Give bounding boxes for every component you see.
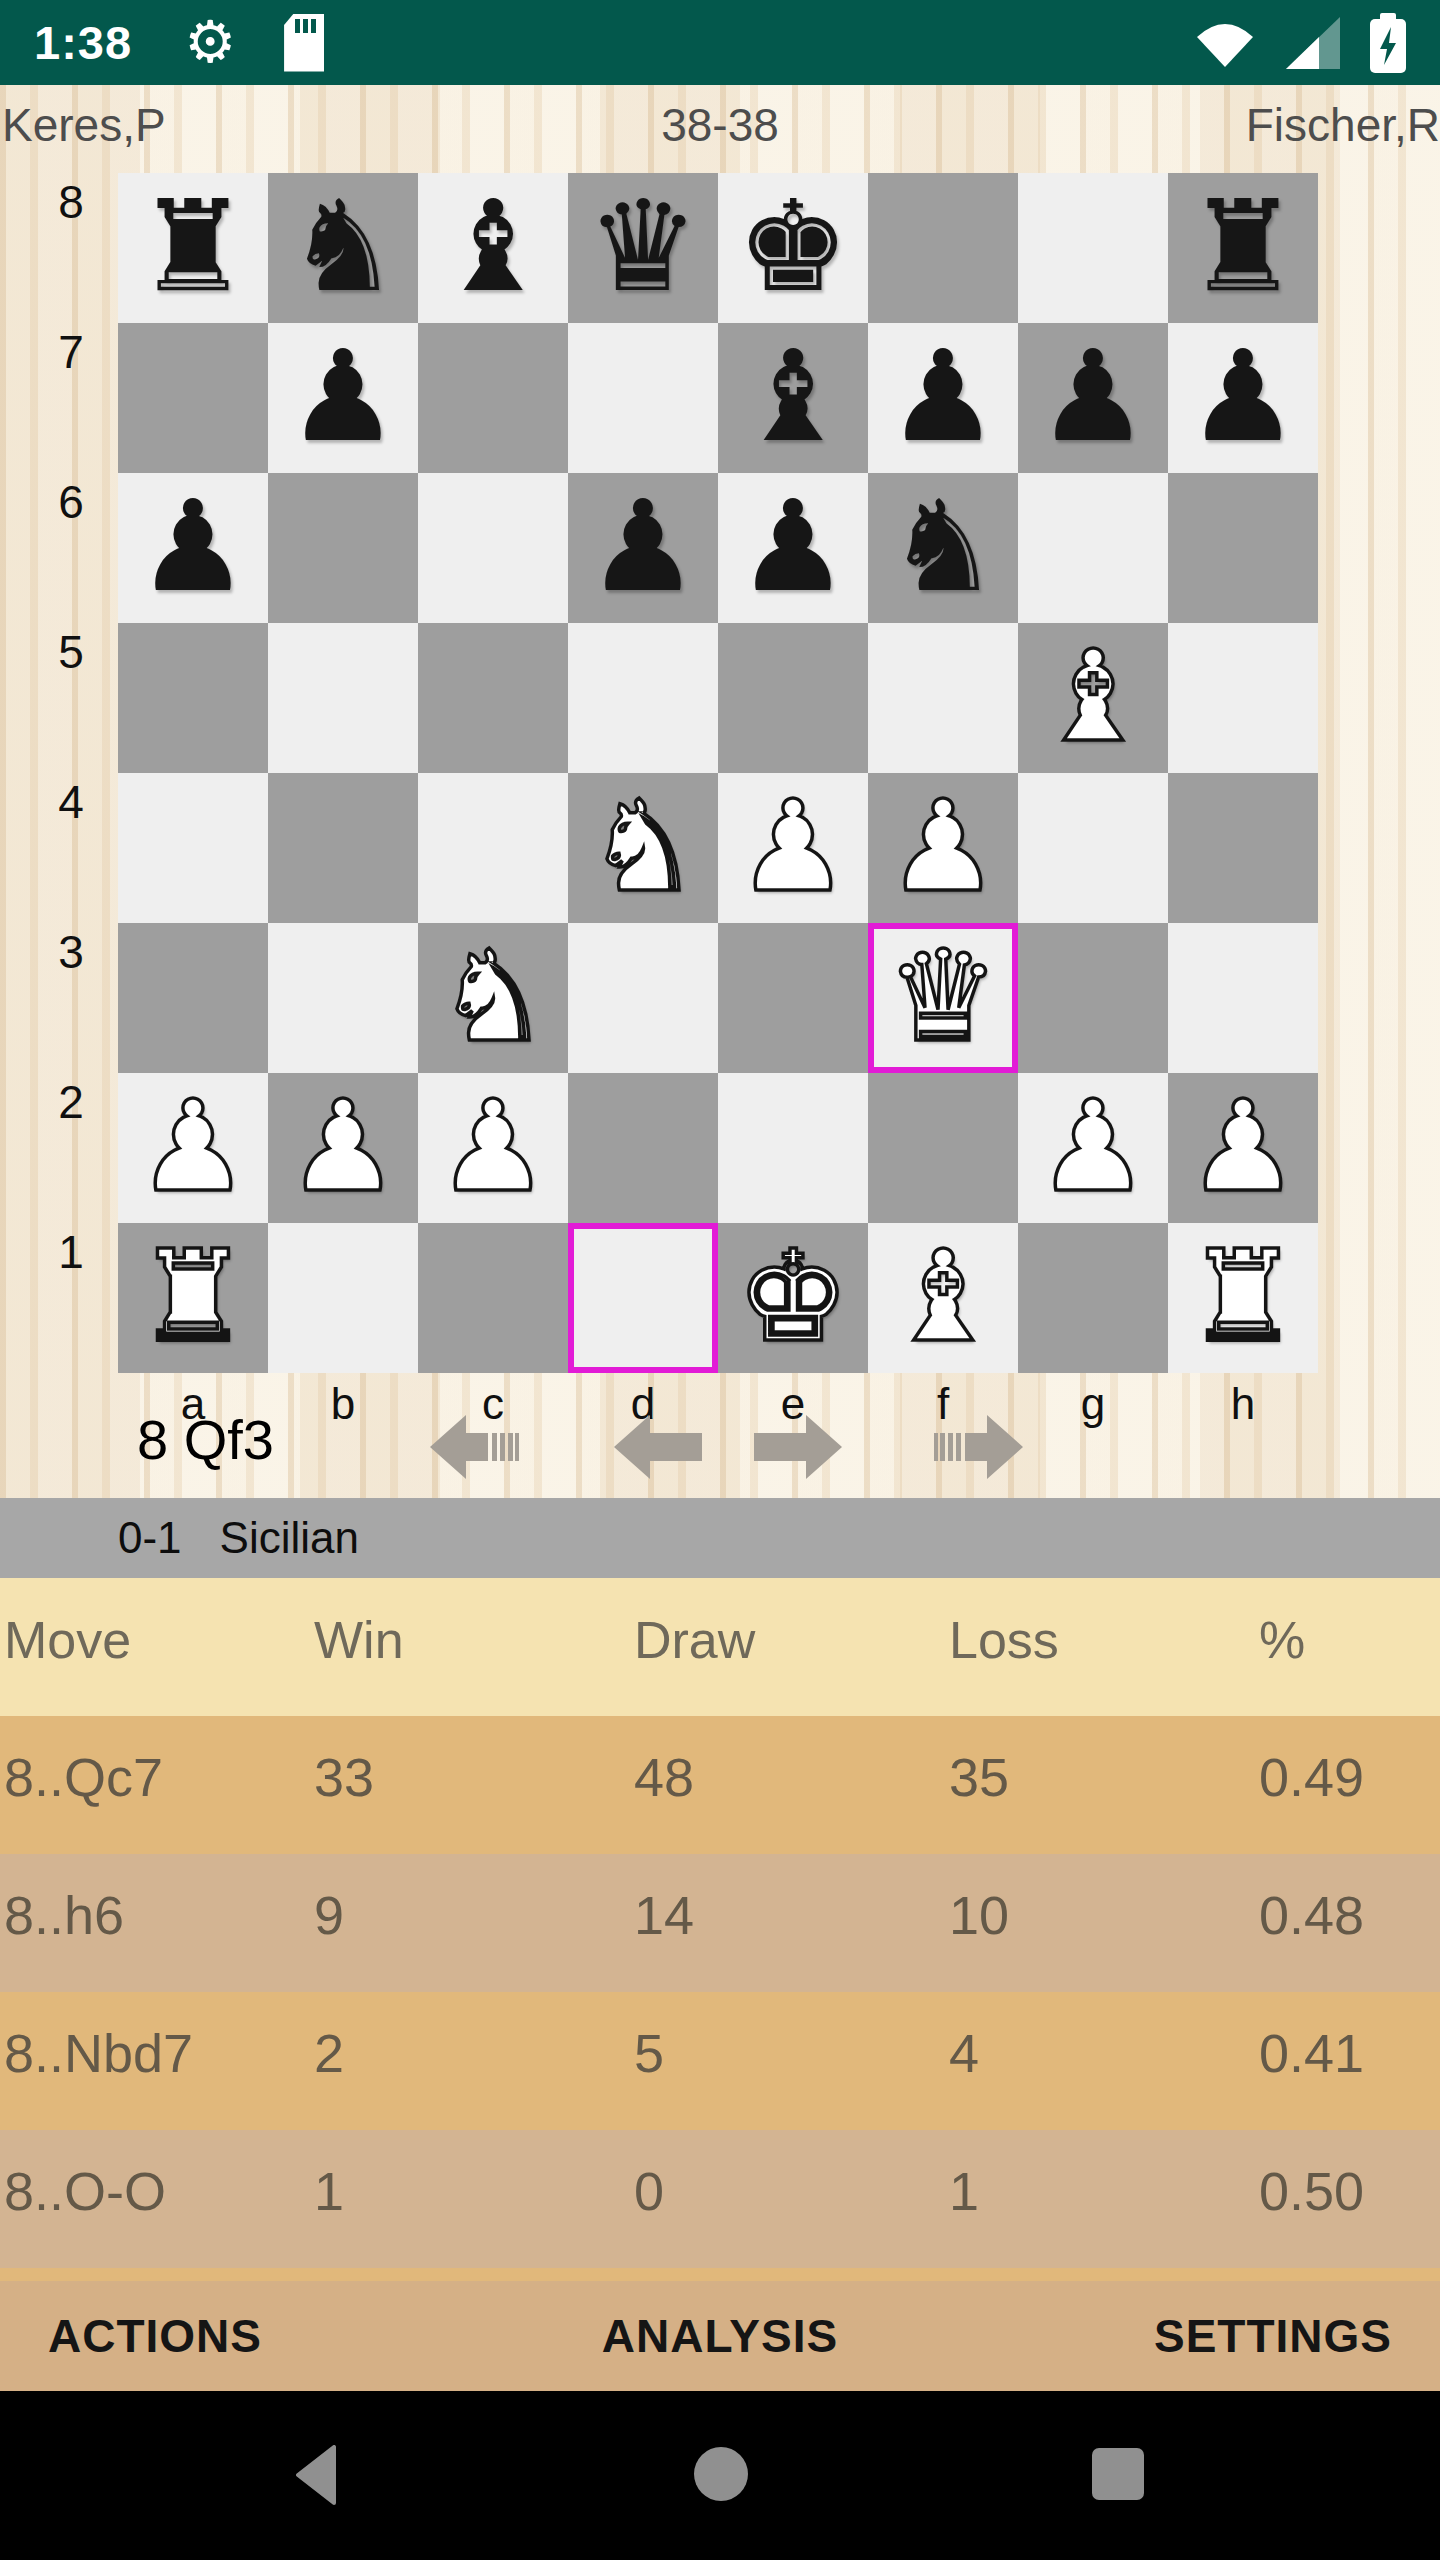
cell-draw: 0	[630, 2130, 945, 2268]
jump-to-end-button[interactable]	[933, 1415, 1023, 1479]
cell-win: 33	[310, 1716, 630, 1854]
rank-label-1: 1	[40, 1225, 102, 1279]
square-h1[interactable]: ♜	[1168, 1223, 1318, 1373]
stats-table-header: Move Win Draw Loss %	[0, 1578, 1440, 1716]
cell-win: 9	[310, 1854, 630, 1992]
white-knight-d4: ♞	[568, 773, 718, 921]
square-h6[interactable]	[1168, 473, 1318, 623]
square-e6[interactable]: ♟	[718, 473, 868, 623]
square-h5[interactable]	[1168, 623, 1318, 773]
white-king-e1: ♚	[718, 1223, 868, 1371]
square-d1[interactable]	[568, 1223, 718, 1373]
rank-label-4: 4	[40, 775, 102, 829]
cell-move: 8..O-O	[0, 2130, 310, 2268]
stats-table-body: 8..Qc73348350.498..h6914100.488..Nbd7254…	[0, 1716, 1440, 2268]
android-nav-bar	[0, 2391, 1440, 2560]
cell-draw: 5	[630, 1992, 945, 2130]
square-b7[interactable]: ♟	[268, 323, 418, 473]
square-h7[interactable]: ♟	[1168, 323, 1318, 473]
white-bishop-f1: ♝	[868, 1223, 1018, 1371]
cell-loss: 10	[945, 1854, 1255, 1992]
black-pawn-h7: ♟	[1168, 323, 1318, 471]
black-pawn-f7: ♟	[868, 323, 1018, 471]
square-a3[interactable]	[118, 923, 268, 1073]
square-a5[interactable]	[118, 623, 268, 773]
result-text: 0-1	[118, 1513, 182, 1563]
square-f5[interactable]	[868, 623, 1018, 773]
square-g2[interactable]: ♟	[1018, 1073, 1168, 1223]
cell-move: 8..Nbd7	[0, 1992, 310, 2130]
cell-win: 2	[310, 1992, 630, 2130]
square-d8[interactable]: ♛	[568, 173, 718, 323]
square-e4[interactable]: ♟	[718, 773, 868, 923]
white-pawn-f4: ♟	[868, 773, 1018, 921]
white-pawn-h2: ♟	[1168, 1073, 1318, 1221]
square-a6[interactable]: ♟	[118, 473, 268, 623]
square-d6[interactable]: ♟	[568, 473, 718, 623]
square-f2[interactable]	[868, 1073, 1018, 1223]
square-b5[interactable]	[268, 623, 418, 773]
black-bishop-c8: ♝	[418, 173, 568, 321]
square-c2[interactable]: ♟	[418, 1073, 568, 1223]
white-pawn-b2: ♟	[268, 1073, 418, 1221]
cell-loss: 35	[945, 1716, 1255, 1854]
black-pawn-b7: ♟	[268, 323, 418, 471]
stats-row-8..O-O[interactable]: 8..O-O1010.50	[0, 2130, 1440, 2268]
square-c6[interactable]	[418, 473, 568, 623]
current-move-text: 8 Qf3	[137, 1407, 274, 1472]
column-header-percent: %	[1255, 1578, 1440, 1716]
android-back-button[interactable]	[292, 2445, 338, 2509]
black-queen-d8: ♛	[568, 173, 718, 321]
settings-gear-icon: ⚙	[184, 0, 236, 85]
cell-win: 1	[310, 2130, 630, 2268]
stats-row-8..Nbd7[interactable]: 8..Nbd72540.41	[0, 1992, 1440, 2130]
square-g8[interactable]	[1018, 173, 1168, 323]
file-label-h: h	[1168, 1379, 1318, 1429]
square-a7[interactable]	[118, 323, 268, 473]
square-c3[interactable]: ♞	[418, 923, 568, 1073]
white-rook-h1: ♜	[1168, 1223, 1318, 1371]
square-a8[interactable]: ♜	[118, 173, 268, 323]
rank-label-7: 7	[40, 325, 102, 379]
next-move-button[interactable]	[752, 1415, 842, 1479]
white-bishop-g5: ♝	[1018, 623, 1168, 771]
game-result-bar: 0-1 Sicilian	[0, 1498, 1440, 1578]
rank-label-8: 8	[40, 175, 102, 229]
column-header-loss: Loss	[945, 1578, 1255, 1716]
clock-text: 1:38	[34, 15, 132, 70]
square-b6[interactable]	[268, 473, 418, 623]
black-pawn-d6: ♟	[568, 473, 718, 621]
square-f3[interactable]: ♛	[868, 923, 1018, 1073]
square-f6[interactable]: ♞	[868, 473, 1018, 623]
square-d4[interactable]: ♞	[568, 773, 718, 923]
android-home-button[interactable]	[694, 2447, 748, 2501]
square-g3[interactable]	[1018, 923, 1168, 1073]
status-icons	[1194, 13, 1406, 73]
square-b2[interactable]: ♟	[268, 1073, 418, 1223]
game-area: Keres,P 38-38 Fischer,R ♜♞♝♛♚♜♟♝♟♟♟♟♟♟♞♝…	[0, 85, 1440, 1498]
square-d3[interactable]	[568, 923, 718, 1073]
rank-label-3: 3	[40, 925, 102, 979]
square-a1[interactable]: ♜	[118, 1223, 268, 1373]
square-d5[interactable]	[568, 623, 718, 773]
black-knight-b8: ♞	[268, 173, 418, 321]
cell-move: 8..h6	[0, 1854, 310, 1992]
square-f8[interactable]	[868, 173, 1018, 323]
black-pawn-e6: ♟	[718, 473, 868, 621]
bottom-menu-bar: ACTIONS ANALYSIS SETTINGS	[0, 2281, 1440, 2391]
rank-label-5: 5	[40, 625, 102, 679]
square-e3[interactable]	[718, 923, 868, 1073]
analysis-button[interactable]: ANALYSIS	[0, 2309, 1440, 2363]
square-c8[interactable]: ♝	[418, 173, 568, 323]
chess-board[interactable]: ♜♞♝♛♚♜♟♝♟♟♟♟♟♟♞♝♞♟♟♞♛♟♟♟♟♟♜♚♝♜	[118, 173, 1318, 1373]
white-pawn-e4: ♟	[718, 773, 868, 921]
status-bar: 1:38 ⚙	[0, 0, 1440, 85]
cell-percent: 0.41	[1255, 1992, 1440, 2130]
square-f1[interactable]: ♝	[868, 1223, 1018, 1373]
black-rook-a8: ♜	[118, 173, 268, 321]
square-c5[interactable]	[418, 623, 568, 773]
previous-move-button[interactable]	[614, 1415, 704, 1479]
square-b8[interactable]: ♞	[268, 173, 418, 323]
square-f7[interactable]: ♟	[868, 323, 1018, 473]
square-f4[interactable]: ♟	[868, 773, 1018, 923]
square-d2[interactable]	[568, 1073, 718, 1223]
column-header-win: Win	[310, 1578, 630, 1716]
square-h8[interactable]: ♜	[1168, 173, 1318, 323]
square-e7[interactable]: ♝	[718, 323, 868, 473]
jump-to-start-button[interactable]	[430, 1415, 520, 1479]
white-rook-a1: ♜	[118, 1223, 268, 1371]
cell-percent: 0.50	[1255, 2130, 1440, 2268]
column-header-draw: Draw	[630, 1578, 945, 1716]
square-g5[interactable]: ♝	[1018, 623, 1168, 773]
cell-loss: 4	[945, 1992, 1255, 2130]
white-knight-c3: ♞	[418, 923, 568, 1071]
square-d7[interactable]	[568, 323, 718, 473]
square-h3[interactable]	[1168, 923, 1318, 1073]
square-g1[interactable]	[1018, 1223, 1168, 1373]
black-bishop-e7: ♝	[718, 323, 868, 471]
square-e1[interactable]: ♚	[718, 1223, 868, 1373]
move-counter: 38-38	[0, 98, 1440, 152]
players-row: Keres,P 38-38 Fischer,R	[0, 93, 1440, 157]
black-rook-h8: ♜	[1168, 173, 1318, 321]
black-knight-f6: ♞	[868, 473, 1018, 621]
black-pawn-g7: ♟	[1018, 323, 1168, 471]
square-a2[interactable]: ♟	[118, 1073, 268, 1223]
square-e8[interactable]: ♚	[718, 173, 868, 323]
square-b4[interactable]	[268, 773, 418, 923]
file-label-b: b	[268, 1379, 418, 1429]
stats-row-8..Qc7[interactable]: 8..Qc73348350.49	[0, 1716, 1440, 1854]
chess-app-screen: 1:38 ⚙ Keres,P 38-38 Fischer,R	[0, 0, 1440, 2560]
cell-percent: 0.48	[1255, 1854, 1440, 1992]
square-e5[interactable]	[718, 623, 868, 773]
square-c4[interactable]	[418, 773, 568, 923]
wifi-icon	[1194, 17, 1256, 69]
cell-loss: 1	[945, 2130, 1255, 2268]
black-king-e8: ♚	[718, 173, 868, 321]
square-e2[interactable]	[718, 1073, 868, 1223]
cell-draw: 48	[630, 1716, 945, 1854]
rank-label-6: 6	[40, 475, 102, 529]
square-g7[interactable]: ♟	[1018, 323, 1168, 473]
square-b1[interactable]	[268, 1223, 418, 1373]
rank-label-2: 2	[40, 1075, 102, 1129]
square-c7[interactable]	[418, 323, 568, 473]
stats-row-8..h6[interactable]: 8..h6914100.48	[0, 1854, 1440, 1992]
square-a4[interactable]	[118, 773, 268, 923]
column-header-move: Move	[0, 1578, 310, 1716]
cell-percent: 0.49	[1255, 1716, 1440, 1854]
file-label-g: g	[1018, 1379, 1168, 1429]
opening-name: Sicilian	[220, 1513, 359, 1563]
table-filler	[0, 2268, 1440, 2281]
square-g4[interactable]	[1018, 773, 1168, 923]
white-pawn-g2: ♟	[1018, 1073, 1168, 1221]
square-c1[interactable]	[418, 1223, 568, 1373]
square-h2[interactable]: ♟	[1168, 1073, 1318, 1223]
black-pawn-a6: ♟	[118, 473, 268, 621]
cell-signal-icon	[1286, 17, 1340, 69]
white-queen-f3: ♛	[868, 923, 1018, 1071]
android-recents-button[interactable]	[1092, 2448, 1144, 2500]
sd-card-icon	[284, 14, 324, 72]
battery-charging-icon	[1370, 13, 1406, 73]
square-g6[interactable]	[1018, 473, 1168, 623]
square-h4[interactable]	[1168, 773, 1318, 923]
cell-move: 8..Qc7	[0, 1716, 310, 1854]
white-pawn-a2: ♟	[118, 1073, 268, 1221]
cell-draw: 14	[630, 1854, 945, 1992]
square-b3[interactable]	[268, 923, 418, 1073]
white-pawn-c2: ♟	[418, 1073, 568, 1221]
